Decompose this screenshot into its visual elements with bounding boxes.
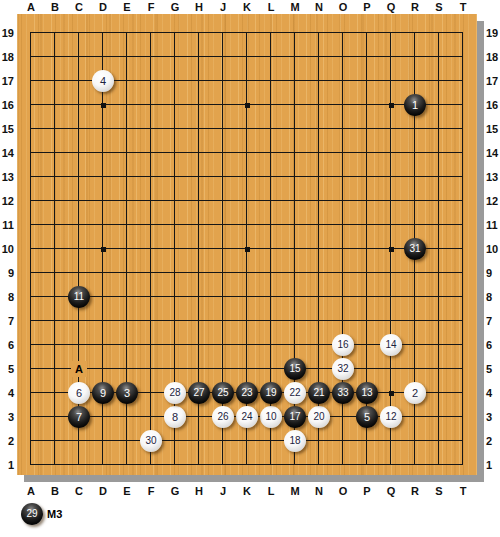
coord-bottom-A: A <box>19 484 43 498</box>
coord-bottom-T: T <box>451 484 475 498</box>
stone-number: 23 <box>241 388 252 398</box>
stone-number: 8 <box>172 412 178 423</box>
coord-top-G: G <box>163 0 187 14</box>
stone-black-17-M3[interactable]: 17 <box>284 406 306 428</box>
coord-right-9: 9 <box>486 261 500 285</box>
coord-bottom-H: H <box>187 484 211 498</box>
stone-number: 24 <box>241 412 252 422</box>
stone-white-14-Q6[interactable]: 14 <box>380 334 402 356</box>
stone-white-28-G4[interactable]: 28 <box>164 382 186 404</box>
coord-bottom-S: S <box>427 484 451 498</box>
stone-number: 13 <box>361 388 372 398</box>
stone-black-7-C3[interactable]: 7 <box>68 406 90 428</box>
coord-left-17: 17 <box>0 69 14 93</box>
stone-number: 32 <box>337 364 348 374</box>
stone-number: 31 <box>409 244 420 254</box>
coord-bottom-O: O <box>331 484 355 498</box>
coord-left-3: 3 <box>0 405 14 429</box>
star-point-Q4 <box>389 391 394 396</box>
coord-top-S: S <box>427 0 451 14</box>
stone-black-5-P3[interactable]: 5 <box>356 406 378 428</box>
stone-black-23-K4[interactable]: 23 <box>236 382 258 404</box>
coord-right-5: 5 <box>486 357 500 381</box>
coord-top-D: D <box>91 0 115 14</box>
coord-bottom-E: E <box>115 484 139 498</box>
stone-number: 26 <box>217 412 228 422</box>
stone-number: 27 <box>193 388 204 398</box>
coord-top-H: H <box>187 0 211 14</box>
stone-black-31-R10[interactable]: 31 <box>404 238 426 260</box>
coord-bottom-Q: Q <box>379 484 403 498</box>
coord-left-9: 9 <box>0 261 14 285</box>
star-point-Q10 <box>389 247 394 252</box>
coord-top-N: N <box>307 0 331 14</box>
stone-black-13-P4[interactable]: 13 <box>356 382 378 404</box>
coord-bottom-C: C <box>67 484 91 498</box>
stone-black-1-R16[interactable]: 1 <box>404 94 426 116</box>
coord-top-A: A <box>19 0 43 14</box>
coord-bottom-B: B <box>43 484 67 498</box>
coord-bottom-K: K <box>235 484 259 498</box>
coord-left-16: 16 <box>0 93 14 117</box>
coord-right-3: 3 <box>486 405 500 429</box>
coord-bottom-D: D <box>91 484 115 498</box>
coord-left-7: 7 <box>0 309 14 333</box>
stone-number: 5 <box>364 412 370 423</box>
stone-number: 10 <box>265 412 276 422</box>
coord-top-T: T <box>451 0 475 14</box>
coord-bottom-M: M <box>283 484 307 498</box>
coord-right-15: 15 <box>486 117 500 141</box>
stone-black-3-E4[interactable]: 3 <box>116 382 138 404</box>
stone-black-21-N4[interactable]: 21 <box>308 382 330 404</box>
stone-black-25-J4[interactable]: 25 <box>212 382 234 404</box>
coord-left-19: 19 <box>0 21 14 45</box>
footnote-stone-number: 29 <box>26 509 37 519</box>
coord-left-12: 12 <box>0 189 14 213</box>
star-point-D10 <box>101 247 106 252</box>
stone-black-19-L4[interactable]: 19 <box>260 382 282 404</box>
coord-right-7: 7 <box>486 309 500 333</box>
coord-left-14: 14 <box>0 141 14 165</box>
stone-number: 18 <box>289 436 300 446</box>
coord-bottom-P: P <box>355 484 379 498</box>
stone-white-32-O5[interactable]: 32 <box>332 358 354 380</box>
stone-number: 22 <box>289 388 300 398</box>
footnote-move-location: M3 <box>47 508 62 520</box>
stone-black-33-O4[interactable]: 33 <box>332 382 354 404</box>
coord-right-18: 18 <box>486 45 500 69</box>
coord-left-6: 6 <box>0 333 14 357</box>
coord-top-P: P <box>355 0 379 14</box>
stone-number: 12 <box>385 412 396 422</box>
coord-top-F: F <box>139 0 163 14</box>
stone-number: 17 <box>289 412 300 422</box>
footnote-stone: 29 <box>21 503 43 525</box>
coord-bottom-R: R <box>403 484 427 498</box>
coord-right-10: 10 <box>486 237 500 261</box>
stone-black-9-D4[interactable]: 9 <box>92 382 114 404</box>
coord-top-K: K <box>235 0 259 14</box>
coord-right-4: 4 <box>486 381 500 405</box>
star-point-K16 <box>245 103 250 108</box>
stone-white-10-L3[interactable]: 10 <box>260 406 282 428</box>
stone-white-20-N3[interactable]: 20 <box>308 406 330 428</box>
stone-number: 11 <box>74 292 84 302</box>
stone-number: 6 <box>76 388 82 399</box>
stone-white-12-Q3[interactable]: 12 <box>380 406 402 428</box>
coord-bottom-N: N <box>307 484 331 498</box>
coord-left-2: 2 <box>0 429 14 453</box>
coord-left-8: 8 <box>0 285 14 309</box>
board-label-A-C5: A <box>71 361 87 377</box>
stone-white-2-R4[interactable]: 2 <box>404 382 426 404</box>
coord-right-12: 12 <box>486 189 500 213</box>
stone-number: 15 <box>289 364 300 374</box>
coord-bottom-F: F <box>139 484 163 498</box>
stone-white-30-F2[interactable]: 30 <box>140 430 162 452</box>
stone-number: 4 <box>100 76 106 87</box>
coord-top-J: J <box>211 0 235 14</box>
coord-right-14: 14 <box>486 141 500 165</box>
coord-bottom-J: J <box>211 484 235 498</box>
coord-top-B: B <box>43 0 67 14</box>
stone-number: 20 <box>313 412 324 422</box>
stone-number: 3 <box>124 388 130 399</box>
stone-number: 9 <box>100 388 106 399</box>
stone-number: 2 <box>412 388 418 399</box>
stone-white-16-O6[interactable]: 16 <box>332 334 354 356</box>
coord-right-2: 2 <box>486 429 500 453</box>
coord-right-19: 19 <box>486 21 500 45</box>
stone-number: 30 <box>145 436 156 446</box>
stone-number: 25 <box>217 388 228 398</box>
move-footnote: 29 M3 <box>21 503 62 525</box>
stone-black-15-M5[interactable]: 15 <box>284 358 306 380</box>
coord-right-11: 11 <box>486 213 500 237</box>
coord-top-C: C <box>67 0 91 14</box>
coord-left-15: 15 <box>0 117 14 141</box>
coord-right-16: 16 <box>486 93 500 117</box>
stone-number: 19 <box>265 388 276 398</box>
stone-white-18-M2[interactable]: 18 <box>284 430 306 452</box>
stone-number: 33 <box>337 388 348 398</box>
coord-bottom-L: L <box>259 484 283 498</box>
coord-right-13: 13 <box>486 165 500 189</box>
coord-top-R: R <box>403 0 427 14</box>
coord-left-10: 10 <box>0 237 14 261</box>
coord-top-M: M <box>283 0 307 14</box>
stone-number: 14 <box>385 340 396 350</box>
coord-bottom-G: G <box>163 484 187 498</box>
stone-black-11-C8[interactable]: 11 <box>68 286 90 308</box>
coord-top-L: L <box>259 0 283 14</box>
coord-left-13: 13 <box>0 165 14 189</box>
stone-white-24-K3[interactable]: 24 <box>236 406 258 428</box>
coord-left-5: 5 <box>0 357 14 381</box>
stone-white-8-G3[interactable]: 8 <box>164 406 186 428</box>
stone-white-4-D17[interactable]: 4 <box>92 70 114 92</box>
stone-white-22-M4[interactable]: 22 <box>284 382 306 404</box>
coord-right-1: 1 <box>486 453 500 477</box>
star-point-Q16 <box>389 103 394 108</box>
coord-left-18: 18 <box>0 45 14 69</box>
stone-number: 21 <box>313 388 324 398</box>
coord-right-8: 8 <box>486 285 500 309</box>
coord-left-1: 1 <box>0 453 14 477</box>
stone-number: 28 <box>169 388 180 398</box>
coord-right-17: 17 <box>486 69 500 93</box>
go-diagram-page: AABBCCDDEEFFGGHHJJKKLLMMNNOOPPQQRRSSTT19… <box>0 0 500 537</box>
coord-top-O: O <box>331 0 355 14</box>
stone-number: 1 <box>412 100 418 111</box>
star-point-K10 <box>245 247 250 252</box>
coord-left-4: 4 <box>0 381 14 405</box>
coord-top-E: E <box>115 0 139 14</box>
coord-top-Q: Q <box>379 0 403 14</box>
coord-left-11: 11 <box>0 213 14 237</box>
star-point-D16 <box>101 103 106 108</box>
stone-white-6-C4[interactable]: 6 <box>68 382 90 404</box>
stone-white-26-J3[interactable]: 26 <box>212 406 234 428</box>
overlay: AABBCCDDEEFFGGHHJJKKLLMMNNOOPPQQRRSSTT19… <box>0 0 500 537</box>
stone-number: 7 <box>76 412 82 423</box>
stone-number: 16 <box>337 340 348 350</box>
stone-black-27-H4[interactable]: 27 <box>188 382 210 404</box>
coord-right-6: 6 <box>486 333 500 357</box>
